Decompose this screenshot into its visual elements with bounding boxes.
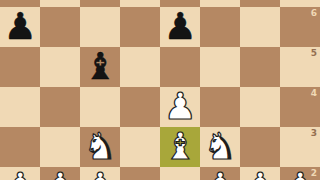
- square-d5[interactable]: [120, 47, 160, 87]
- square-f4[interactable]: [200, 87, 240, 127]
- square-f5[interactable]: [200, 47, 240, 87]
- black-pawn-icon[interactable]: ♟: [3, 7, 36, 47]
- rank-label-6: 6: [311, 8, 317, 18]
- white-pawn-icon[interactable]: ♟: [163, 87, 196, 127]
- square-c2[interactable]: ♟: [80, 167, 120, 180]
- rank-label-4: 4: [311, 88, 317, 98]
- square-h6[interactable]: 6: [280, 7, 320, 47]
- square-b6[interactable]: [40, 7, 80, 47]
- square-g3[interactable]: [240, 127, 280, 167]
- square-a2[interactable]: ♟: [0, 167, 40, 180]
- square-b2[interactable]: ♟: [40, 167, 80, 180]
- square-c6[interactable]: [80, 7, 120, 47]
- square-b7[interactable]: ♟: [40, 0, 80, 7]
- square-a3[interactable]: [0, 127, 40, 167]
- chess-board[interactable]: ♜♞♝♚♞♜♟♛♟♟♟♟♟♟6♝5♟4♞♝♞3♟♟♟♟♟♟2♜♛♚♝♜: [0, 0, 320, 180]
- square-h3[interactable]: 3: [280, 127, 320, 167]
- square-f6[interactable]: [200, 7, 240, 47]
- square-h4[interactable]: 4: [280, 87, 320, 127]
- white-pawn-icon[interactable]: ♟: [83, 167, 116, 180]
- white-pawn-icon[interactable]: ♟: [203, 167, 236, 180]
- square-a6[interactable]: ♟: [0, 7, 40, 47]
- square-d4[interactable]: [120, 87, 160, 127]
- black-pawn-icon[interactable]: ♟: [43, 0, 76, 7]
- square-d2[interactable]: [120, 167, 160, 180]
- white-bishop-icon[interactable]: ♝: [163, 127, 196, 167]
- square-f7[interactable]: ♟: [200, 0, 240, 7]
- square-e3[interactable]: ♝: [160, 127, 200, 167]
- square-g7[interactable]: ♟: [240, 0, 280, 7]
- black-pawn-icon[interactable]: ♟: [203, 0, 236, 7]
- square-d3[interactable]: [120, 127, 160, 167]
- rank-label-2: 2: [311, 168, 317, 178]
- square-e6[interactable]: ♟: [160, 7, 200, 47]
- square-f2[interactable]: ♟: [200, 167, 240, 180]
- square-d7[interactable]: ♟: [120, 0, 160, 7]
- square-e5[interactable]: [160, 47, 200, 87]
- square-b5[interactable]: [40, 47, 80, 87]
- square-e2[interactable]: [160, 167, 200, 180]
- rank-label-3: 3: [311, 128, 317, 138]
- square-g6[interactable]: [240, 7, 280, 47]
- black-bishop-icon[interactable]: ♝: [83, 47, 116, 87]
- square-g5[interactable]: [240, 47, 280, 87]
- square-g2[interactable]: ♟: [240, 167, 280, 180]
- square-e4[interactable]: ♟: [160, 87, 200, 127]
- white-pawn-icon[interactable]: ♟: [43, 167, 76, 180]
- rank-label-5: 5: [311, 48, 317, 58]
- square-h5[interactable]: 5: [280, 47, 320, 87]
- square-a4[interactable]: [0, 87, 40, 127]
- square-b3[interactable]: [40, 127, 80, 167]
- square-c5[interactable]: ♝: [80, 47, 120, 87]
- square-g4[interactable]: [240, 87, 280, 127]
- square-h7[interactable]: ♟: [280, 0, 320, 7]
- square-h2[interactable]: ♟2: [280, 167, 320, 180]
- black-pawn-icon[interactable]: ♟: [123, 0, 156, 7]
- black-pawn-icon[interactable]: ♟: [283, 0, 316, 7]
- black-pawn-icon[interactable]: ♟: [163, 7, 196, 47]
- square-a5[interactable]: [0, 47, 40, 87]
- white-pawn-icon[interactable]: ♟: [3, 167, 36, 180]
- white-knight-icon[interactable]: ♞: [203, 127, 236, 167]
- white-knight-icon[interactable]: ♞: [83, 127, 116, 167]
- black-pawn-icon[interactable]: ♟: [243, 0, 276, 7]
- black-queen-icon[interactable]: ♛: [83, 0, 116, 7]
- square-f3[interactable]: ♞: [200, 127, 240, 167]
- square-c7[interactable]: ♛: [80, 0, 120, 7]
- white-pawn-icon[interactable]: ♟: [243, 167, 276, 180]
- chessboard-viewport: ♜♞♝♚♞♜♟♛♟♟♟♟♟♟6♝5♟4♞♝♞3♟♟♟♟♟♟2♜♛♚♝♜: [0, 0, 320, 180]
- square-d6[interactable]: [120, 7, 160, 47]
- square-b4[interactable]: [40, 87, 80, 127]
- square-c3[interactable]: ♞: [80, 127, 120, 167]
- square-c4[interactable]: [80, 87, 120, 127]
